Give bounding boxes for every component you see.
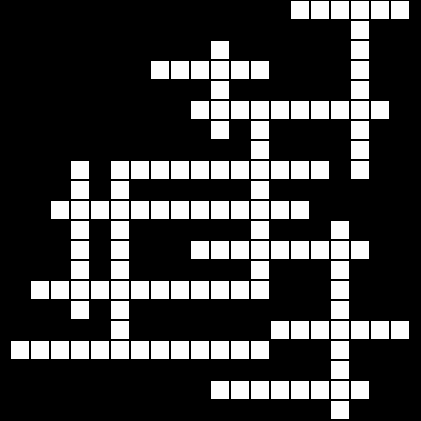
white-cell[interactable] [50, 340, 70, 360]
black-cell [50, 360, 70, 380]
black-cell [130, 0, 150, 20]
black-cell [110, 0, 130, 20]
black-cell [270, 120, 290, 140]
black-cell [30, 220, 50, 240]
black-cell [370, 80, 390, 100]
white-cell[interactable] [70, 340, 90, 360]
black-cell [310, 40, 330, 60]
white-cell[interactable] [270, 380, 290, 400]
black-cell [150, 100, 170, 120]
white-cell[interactable] [250, 180, 270, 200]
white-cell[interactable] [90, 280, 110, 300]
white-cell[interactable] [150, 340, 170, 360]
black-cell [190, 320, 210, 340]
white-cell[interactable] [310, 0, 330, 20]
black-cell [10, 80, 30, 100]
black-cell [70, 120, 90, 140]
black-cell [210, 220, 230, 240]
white-cell[interactable] [150, 160, 170, 180]
black-cell [270, 260, 290, 280]
black-cell [210, 180, 230, 200]
black-cell [330, 160, 350, 180]
black-cell [30, 20, 50, 40]
black-cell [150, 140, 170, 160]
black-cell [310, 220, 330, 240]
white-cell[interactable] [350, 40, 370, 60]
black-cell [50, 140, 70, 160]
white-cell[interactable] [310, 160, 330, 180]
white-cell[interactable] [270, 320, 290, 340]
black-cell [90, 160, 110, 180]
white-cell[interactable] [310, 320, 330, 340]
white-cell[interactable] [230, 100, 250, 120]
white-cell[interactable] [150, 60, 170, 80]
black-cell [90, 240, 110, 260]
white-cell[interactable] [330, 340, 350, 360]
black-cell [130, 320, 150, 340]
white-cell[interactable] [330, 300, 350, 320]
white-cell[interactable] [290, 100, 310, 120]
black-cell [310, 60, 330, 80]
black-cell [90, 260, 110, 280]
black-cell [330, 80, 350, 100]
white-cell[interactable] [170, 160, 190, 180]
white-cell[interactable] [350, 160, 370, 180]
white-cell[interactable] [130, 200, 150, 220]
white-cell[interactable] [270, 100, 290, 120]
black-cell [50, 400, 70, 420]
black-cell [90, 20, 110, 40]
black-cell [50, 100, 70, 120]
white-cell[interactable] [190, 280, 210, 300]
white-cell[interactable] [290, 320, 310, 340]
black-cell [90, 140, 110, 160]
white-cell[interactable] [210, 380, 230, 400]
black-cell [290, 40, 310, 60]
white-cell[interactable] [210, 160, 230, 180]
black-cell [370, 220, 390, 240]
black-cell [190, 260, 210, 280]
black-cell [130, 120, 150, 140]
black-cell [370, 280, 390, 300]
black-cell [330, 40, 350, 60]
black-cell [70, 20, 90, 40]
black-cell [70, 380, 90, 400]
black-cell [330, 60, 350, 80]
white-cell[interactable] [230, 380, 250, 400]
black-cell [370, 20, 390, 40]
black-cell [110, 120, 130, 140]
black-cell [10, 140, 30, 160]
white-cell[interactable] [250, 120, 270, 140]
black-cell [30, 180, 50, 200]
black-cell [250, 400, 270, 420]
white-cell[interactable] [50, 200, 70, 220]
black-cell [30, 380, 50, 400]
white-cell[interactable] [370, 0, 390, 20]
white-cell[interactable] [310, 240, 330, 260]
white-cell[interactable] [170, 280, 190, 300]
black-cell [210, 320, 230, 340]
black-cell [70, 80, 90, 100]
black-cell [270, 20, 290, 40]
black-cell [390, 260, 410, 280]
black-cell [230, 360, 250, 380]
black-cell [50, 40, 70, 60]
black-cell [10, 180, 30, 200]
black-cell [390, 40, 410, 60]
black-cell [10, 120, 30, 140]
white-cell[interactable] [370, 100, 390, 120]
black-cell [170, 100, 190, 120]
white-cell[interactable] [350, 60, 370, 80]
black-cell [270, 60, 290, 80]
black-cell [230, 180, 250, 200]
black-cell [310, 340, 330, 360]
white-cell[interactable] [110, 300, 130, 320]
black-cell [190, 0, 210, 20]
white-cell[interactable] [190, 240, 210, 260]
black-cell [130, 260, 150, 280]
white-cell[interactable] [70, 200, 90, 220]
white-cell[interactable] [250, 220, 270, 240]
white-cell[interactable] [190, 160, 210, 180]
black-cell [130, 300, 150, 320]
black-cell [310, 400, 330, 420]
black-cell [210, 360, 230, 380]
black-cell [50, 120, 70, 140]
white-cell[interactable] [130, 160, 150, 180]
black-cell [390, 60, 410, 80]
black-cell [390, 300, 410, 320]
white-cell[interactable] [390, 320, 410, 340]
black-cell [270, 280, 290, 300]
white-cell[interactable] [330, 0, 350, 20]
black-cell [350, 260, 370, 280]
white-cell[interactable] [350, 140, 370, 160]
white-cell[interactable] [330, 100, 350, 120]
black-cell [50, 380, 70, 400]
white-cell[interactable] [230, 60, 250, 80]
black-cell [150, 400, 170, 420]
white-cell[interactable] [110, 240, 130, 260]
white-cell[interactable] [250, 140, 270, 160]
black-cell [270, 400, 290, 420]
white-cell[interactable] [70, 260, 90, 280]
black-cell [190, 360, 210, 380]
black-cell [110, 100, 130, 120]
black-cell [90, 0, 110, 20]
black-cell [350, 280, 370, 300]
black-cell [310, 20, 330, 40]
white-cell[interactable] [90, 200, 110, 220]
white-cell[interactable] [210, 280, 230, 300]
white-cell[interactable] [350, 100, 370, 120]
black-cell [10, 40, 30, 60]
black-cell [90, 220, 110, 240]
black-cell [30, 400, 50, 420]
white-cell[interactable] [70, 220, 90, 240]
white-cell[interactable] [310, 380, 330, 400]
white-cell[interactable] [130, 280, 150, 300]
black-cell [370, 160, 390, 180]
black-cell [170, 360, 190, 380]
black-cell [110, 80, 130, 100]
black-cell [50, 260, 70, 280]
black-cell [50, 60, 70, 80]
white-cell[interactable] [310, 100, 330, 120]
black-cell [230, 40, 250, 60]
black-cell [150, 300, 170, 320]
white-cell[interactable] [50, 280, 70, 300]
white-cell[interactable] [210, 120, 230, 140]
black-cell [150, 180, 170, 200]
black-cell [250, 300, 270, 320]
black-cell [30, 0, 50, 20]
white-cell[interactable] [210, 80, 230, 100]
white-cell[interactable] [70, 180, 90, 200]
white-cell[interactable] [250, 240, 270, 260]
white-cell[interactable] [250, 200, 270, 220]
black-cell [30, 140, 50, 160]
white-cell[interactable] [290, 160, 310, 180]
white-cell[interactable] [110, 260, 130, 280]
white-cell[interactable] [230, 240, 250, 260]
black-cell [110, 20, 130, 40]
white-cell[interactable] [210, 240, 230, 260]
black-cell [30, 160, 50, 180]
black-cell [250, 320, 270, 340]
black-cell [10, 260, 30, 280]
black-cell [30, 300, 50, 320]
black-cell [190, 380, 210, 400]
white-cell[interactable] [250, 380, 270, 400]
black-cell [290, 340, 310, 360]
white-cell[interactable] [330, 380, 350, 400]
white-cell[interactable] [270, 160, 290, 180]
black-cell [10, 280, 30, 300]
white-cell[interactable] [230, 160, 250, 180]
black-cell [290, 260, 310, 280]
white-cell[interactable] [350, 80, 370, 100]
black-cell [370, 240, 390, 260]
black-cell [50, 80, 70, 100]
black-cell [310, 180, 330, 200]
white-cell[interactable] [110, 280, 130, 300]
black-cell [170, 0, 190, 20]
black-cell [130, 240, 150, 260]
black-cell [90, 120, 110, 140]
white-cell[interactable] [170, 200, 190, 220]
black-cell [290, 180, 310, 200]
white-cell[interactable] [110, 200, 130, 220]
black-cell [390, 120, 410, 140]
white-cell[interactable] [210, 60, 230, 80]
white-cell[interactable] [270, 240, 290, 260]
black-cell [190, 80, 210, 100]
black-cell [370, 60, 390, 80]
black-cell [370, 40, 390, 60]
white-cell[interactable] [70, 240, 90, 260]
black-cell [170, 140, 190, 160]
black-cell [10, 240, 30, 260]
white-cell[interactable] [250, 340, 270, 360]
white-cell[interactable] [30, 280, 50, 300]
black-cell [330, 20, 350, 40]
white-cell[interactable] [210, 200, 230, 220]
black-cell [230, 20, 250, 40]
black-cell [390, 180, 410, 200]
black-cell [130, 100, 150, 120]
white-cell[interactable] [290, 0, 310, 20]
white-cell[interactable] [90, 340, 110, 360]
black-cell [170, 300, 190, 320]
black-cell [370, 120, 390, 140]
black-cell [130, 80, 150, 100]
black-cell [230, 320, 250, 340]
black-cell [370, 400, 390, 420]
white-cell[interactable] [230, 200, 250, 220]
white-cell[interactable] [150, 280, 170, 300]
black-cell [150, 80, 170, 100]
black-cell [290, 120, 310, 140]
white-cell[interactable] [210, 340, 230, 360]
white-cell[interactable] [350, 380, 370, 400]
white-cell[interactable] [70, 160, 90, 180]
black-cell [50, 180, 70, 200]
black-cell [250, 80, 270, 100]
black-cell [210, 140, 230, 160]
black-cell [210, 300, 230, 320]
white-cell[interactable] [390, 0, 410, 20]
black-cell [290, 60, 310, 80]
black-cell [390, 380, 410, 400]
black-cell [10, 60, 30, 80]
black-cell [390, 220, 410, 240]
white-cell[interactable] [110, 340, 130, 360]
white-cell[interactable] [110, 180, 130, 200]
black-cell [150, 220, 170, 240]
white-cell[interactable] [230, 280, 250, 300]
black-cell [330, 140, 350, 160]
white-cell[interactable] [330, 320, 350, 340]
black-cell [350, 400, 370, 420]
black-cell [370, 300, 390, 320]
black-cell [310, 80, 330, 100]
black-cell [250, 20, 270, 40]
white-cell[interactable] [330, 400, 350, 420]
white-cell[interactable] [170, 340, 190, 360]
white-cell[interactable] [250, 100, 270, 120]
white-cell[interactable] [350, 20, 370, 40]
white-cell[interactable] [350, 120, 370, 140]
black-cell [310, 300, 330, 320]
black-cell [30, 120, 50, 140]
white-cell[interactable] [110, 220, 130, 240]
white-cell[interactable] [330, 220, 350, 240]
black-cell [30, 360, 50, 380]
black-cell [390, 80, 410, 100]
white-cell[interactable] [110, 160, 130, 180]
white-cell[interactable] [190, 200, 210, 220]
black-cell [250, 0, 270, 20]
black-cell [70, 400, 90, 420]
black-cell [390, 160, 410, 180]
white-cell[interactable] [350, 0, 370, 20]
crossword-board [10, 0, 410, 420]
white-cell[interactable] [270, 200, 290, 220]
white-cell[interactable] [290, 380, 310, 400]
white-cell[interactable] [130, 340, 150, 360]
white-cell[interactable] [250, 280, 270, 300]
white-cell[interactable] [330, 360, 350, 380]
white-cell[interactable] [290, 240, 310, 260]
white-cell[interactable] [190, 340, 210, 360]
black-cell [350, 340, 370, 360]
white-cell[interactable] [210, 40, 230, 60]
black-cell [310, 280, 330, 300]
black-cell [250, 40, 270, 60]
white-cell[interactable] [330, 280, 350, 300]
white-cell[interactable] [110, 320, 130, 340]
white-cell[interactable] [330, 240, 350, 260]
white-cell[interactable] [70, 300, 90, 320]
black-cell [130, 360, 150, 380]
black-cell [150, 0, 170, 20]
black-cell [270, 180, 290, 200]
white-cell[interactable] [70, 280, 90, 300]
black-cell [170, 80, 190, 100]
black-cell [90, 400, 110, 420]
white-cell[interactable] [250, 160, 270, 180]
black-cell [130, 140, 150, 160]
white-cell[interactable] [230, 340, 250, 360]
white-cell[interactable] [210, 100, 230, 120]
white-cell[interactable] [150, 200, 170, 220]
white-cell[interactable] [250, 260, 270, 280]
black-cell [90, 60, 110, 80]
black-cell [130, 400, 150, 420]
white-cell[interactable] [170, 60, 190, 80]
black-cell [390, 360, 410, 380]
white-cell[interactable] [190, 100, 210, 120]
black-cell [290, 80, 310, 100]
black-cell [70, 320, 90, 340]
black-cell [110, 360, 130, 380]
black-cell [90, 100, 110, 120]
black-cell [390, 20, 410, 40]
white-cell[interactable] [290, 200, 310, 220]
white-cell[interactable] [350, 320, 370, 340]
white-cell[interactable] [190, 60, 210, 80]
white-cell[interactable] [30, 340, 50, 360]
black-cell [290, 400, 310, 420]
black-cell [10, 200, 30, 220]
black-cell [50, 0, 70, 20]
white-cell[interactable] [250, 60, 270, 80]
black-cell [150, 240, 170, 260]
white-cell[interactable] [350, 240, 370, 260]
black-cell [170, 320, 190, 340]
black-cell [390, 140, 410, 160]
black-cell [270, 220, 290, 240]
black-cell [310, 120, 330, 140]
white-cell[interactable] [330, 260, 350, 280]
black-cell [30, 80, 50, 100]
white-cell[interactable] [10, 340, 30, 360]
white-cell[interactable] [370, 320, 390, 340]
black-cell [170, 260, 190, 280]
